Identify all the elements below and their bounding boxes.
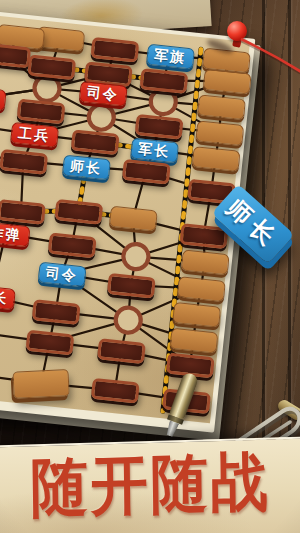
promo-banner-text: 随开随战 [0,448,300,521]
screenshot-root: 军旗司令工兵军长师长炸弹司令长 师长 随开随战 [0,0,300,533]
promo-banner: 随开随战 [0,437,300,533]
paperclip-icon [0,0,300,470]
